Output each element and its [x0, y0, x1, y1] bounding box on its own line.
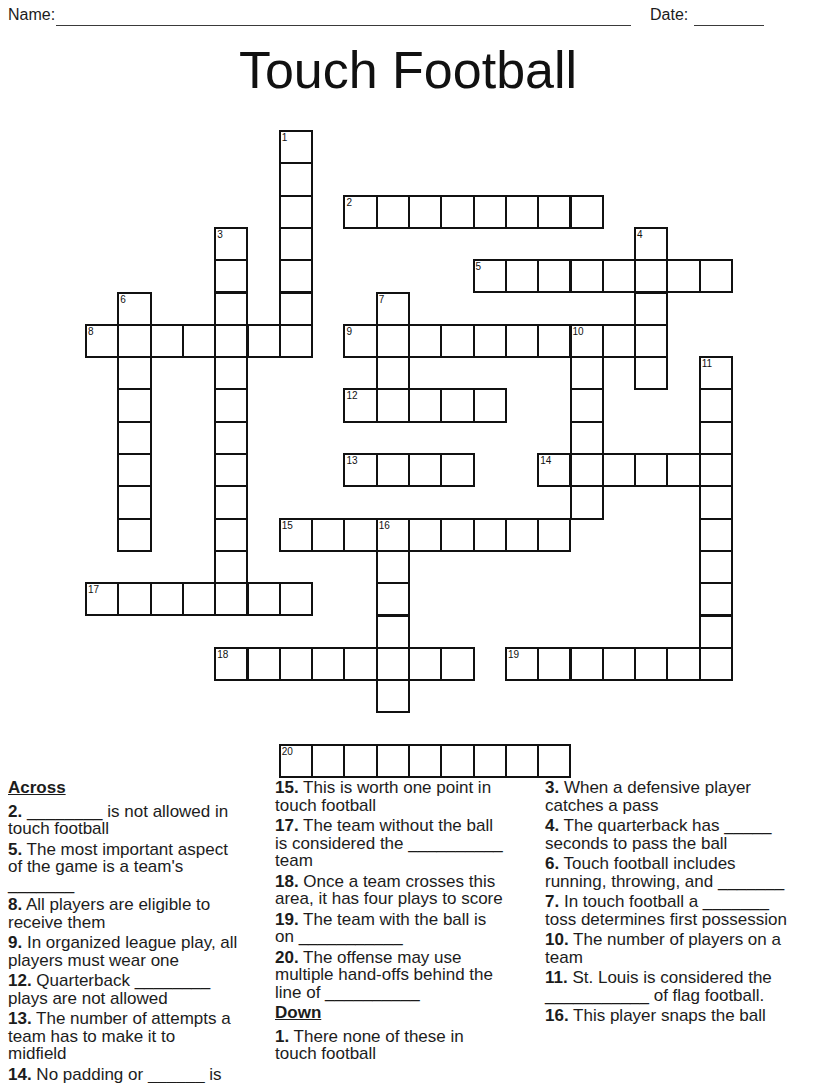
grid-cell[interactable] [699, 259, 733, 293]
grid-cell[interactable] [666, 453, 700, 487]
clue-number: 4. [545, 816, 559, 835]
cell-number: 8 [88, 326, 94, 337]
grid-cell[interactable] [699, 647, 733, 681]
grid-cell[interactable] [279, 324, 313, 358]
grid-cell[interactable] [408, 324, 442, 358]
clue-number: 9. [8, 933, 22, 952]
grid-cell[interactable]: 2 [343, 195, 377, 229]
clue-across-20: 20. The offense may use multiple hand-of… [275, 949, 507, 1002]
grid-cell[interactable] [279, 227, 313, 261]
grid-cell[interactable] [408, 647, 442, 681]
grid-cell[interactable] [376, 582, 410, 616]
cell-number: 13 [346, 455, 357, 466]
grid-cell[interactable] [440, 388, 474, 422]
clue-across-15: 15. This is worth one point in touch foo… [275, 779, 507, 814]
cell-number: 7 [379, 294, 385, 305]
across-heading: Across [8, 779, 238, 797]
grid-cell[interactable]: 9 [343, 324, 377, 358]
grid-cell[interactable] [473, 518, 507, 552]
clue-number: 15. [275, 778, 299, 797]
grid-cell[interactable] [537, 259, 571, 293]
grid-cell[interactable] [505, 195, 539, 229]
grid-cell[interactable] [666, 259, 700, 293]
grid-cell[interactable] [473, 388, 507, 422]
grid-cell[interactable] [150, 582, 184, 616]
grid-cell[interactable] [440, 324, 474, 358]
grid-cell[interactable] [117, 388, 151, 422]
grid-cell[interactable] [117, 421, 151, 455]
clue-number: 8. [8, 895, 22, 914]
grid-cell[interactable]: 10 [570, 324, 604, 358]
grid-cell[interactable] [117, 485, 151, 519]
grid-cell[interactable] [343, 744, 377, 778]
clue-across-5: 5. The most important aspect of the game… [8, 841, 238, 894]
grid-cell[interactable] [279, 259, 313, 293]
cell-number: 15 [282, 520, 293, 531]
grid-cell[interactable] [214, 518, 248, 552]
grid-cell[interactable] [214, 356, 248, 390]
grid-cell[interactable] [279, 647, 313, 681]
grid-cell[interactable] [699, 453, 733, 487]
grid-cell[interactable] [699, 485, 733, 519]
clue-across-8: 8. All players are eligible to receive t… [8, 896, 238, 931]
date-blank-line[interactable] [694, 7, 764, 26]
clue-column-right: 3. When a defensive player catches a pas… [545, 779, 793, 1028]
grid-cell[interactable]: 15 [279, 518, 313, 552]
grid-cell[interactable] [117, 582, 151, 616]
grid-cell[interactable] [699, 582, 733, 616]
clue-across-13: 13. The number of attempts a team has to… [8, 1010, 238, 1063]
grid-cell[interactable] [376, 324, 410, 358]
clue-across-19: 19. The team with the ball is on _______… [275, 911, 507, 946]
clue-number: 18. [275, 872, 299, 891]
grid-cell[interactable] [440, 453, 474, 487]
clue-number: 19. [275, 910, 299, 929]
cell-number: 19 [508, 649, 519, 660]
grid-cell[interactable] [699, 550, 733, 584]
grid-cell[interactable] [570, 356, 604, 390]
grid-cell[interactable] [570, 647, 604, 681]
grid-cell[interactable] [570, 421, 604, 455]
grid-cell[interactable] [505, 259, 539, 293]
grid-cell[interactable] [602, 453, 636, 487]
grid-cell[interactable] [376, 453, 410, 487]
grid-cell[interactable] [214, 582, 248, 616]
cell-number: 10 [573, 326, 584, 337]
grid-cell[interactable] [376, 195, 410, 229]
down-heading: Down [275, 1004, 507, 1022]
grid-cell[interactable] [117, 518, 151, 552]
grid-cell[interactable] [440, 744, 474, 778]
grid-cell[interactable] [182, 582, 216, 616]
grid-cell[interactable] [214, 259, 248, 293]
grid-cell[interactable] [150, 324, 184, 358]
clue-down-3: 3. When a defensive player catches a pas… [545, 779, 793, 814]
cell-number: 6 [120, 294, 126, 305]
grid-cell[interactable] [537, 324, 571, 358]
grid-cell[interactable] [279, 195, 313, 229]
grid-cell[interactable]: 6 [117, 292, 151, 326]
grid-cell[interactable] [214, 388, 248, 422]
grid-cell[interactable] [634, 647, 668, 681]
grid-cell[interactable] [214, 421, 248, 455]
cell-number: 2 [346, 197, 352, 208]
clue-across-18: 18. Once a team crosses this area, it ha… [275, 873, 507, 908]
clue-across-17: 17. The team without the ball is conside… [275, 817, 507, 870]
clue-number: 13. [8, 1009, 32, 1028]
grid-cell[interactable] [117, 453, 151, 487]
clue-across-14: 14. No padding or ______ is permitted [8, 1066, 238, 1083]
grid-cell[interactable] [634, 292, 668, 326]
grid-cell[interactable]: 3 [214, 227, 248, 261]
clue-number: 7. [545, 892, 559, 911]
grid-cell[interactable]: 20 [279, 744, 313, 778]
name-label: Name: [8, 6, 55, 24]
grid-cell[interactable] [537, 744, 571, 778]
grid-cell[interactable] [247, 582, 281, 616]
grid-cell[interactable] [214, 485, 248, 519]
grid-cell[interactable] [537, 195, 571, 229]
grid-cell[interactable] [699, 615, 733, 649]
grid-cell[interactable] [440, 518, 474, 552]
grid-cell[interactable]: 7 [376, 292, 410, 326]
grid-cell[interactable] [376, 388, 410, 422]
clue-number: 1. [275, 1027, 289, 1046]
cell-number: 11 [702, 358, 712, 369]
grid-cell[interactable] [343, 518, 377, 552]
grid-cell[interactable] [666, 647, 700, 681]
clue-down-7: 7. In touch football a _______ toss dete… [545, 893, 793, 928]
grid-cell[interactable] [376, 356, 410, 390]
grid-cell[interactable] [537, 647, 571, 681]
cell-number: 1 [282, 132, 288, 143]
cell-number: 17 [88, 584, 99, 595]
clue-number: 20. [275, 948, 299, 967]
grid-cell[interactable] [440, 195, 474, 229]
grid-cell[interactable] [505, 744, 539, 778]
grid-cell[interactable] [214, 324, 248, 358]
clue-down-16: 16. This player snaps the ball [545, 1007, 793, 1025]
grid-cell[interactable]: 13 [343, 453, 377, 487]
grid-cell[interactable] [117, 324, 151, 358]
cell-number: 5 [476, 261, 482, 272]
grid-cell[interactable] [279, 582, 313, 616]
cell-number: 4 [637, 229, 643, 240]
grid-cell[interactable] [214, 292, 248, 326]
grid-cell[interactable]: 5 [473, 259, 507, 293]
clue-down-4: 4. The quarterback has _____ seconds to … [545, 817, 793, 852]
grid-cell[interactable] [505, 518, 539, 552]
clue-across-2: 2. ________ is not allowed in touch foot… [8, 803, 238, 838]
grid-cell[interactable] [570, 453, 604, 487]
grid-cell[interactable] [311, 744, 345, 778]
grid-cell[interactable] [473, 195, 507, 229]
name-blank-line[interactable] [56, 7, 631, 26]
clue-number: 16. [545, 1006, 569, 1025]
clue-number: 2. [8, 802, 22, 821]
grid-cell[interactable] [311, 518, 345, 552]
grid-cell[interactable] [699, 421, 733, 455]
grid-cell[interactable]: 12 [343, 388, 377, 422]
grid-cell[interactable] [408, 195, 442, 229]
clue-number: 12. [8, 971, 32, 990]
grid-cell[interactable] [117, 356, 151, 390]
crossword-grid: 1234567891011121314151617181920 [85, 130, 735, 780]
grid-cell[interactable] [570, 259, 604, 293]
grid-cell[interactable] [505, 324, 539, 358]
grid-cell[interactable] [634, 324, 668, 358]
clue-number: 6. [545, 854, 559, 873]
clue-down-10: 10. The number of players on a team [545, 931, 793, 966]
grid-cell[interactable]: 8 [85, 324, 119, 358]
grid-cell[interactable] [408, 453, 442, 487]
clue-number: 10. [545, 930, 569, 949]
grid-cell[interactable]: 17 [85, 582, 119, 616]
grid-cell[interactable]: 1 [279, 130, 313, 164]
grid-cell[interactable] [602, 324, 636, 358]
clue-across-12: 12. Quarterback ________ plays are not a… [8, 972, 238, 1007]
grid-cell[interactable] [214, 550, 248, 584]
worksheet-page: Name: Date: Touch Football 1234567891011… [0, 0, 816, 1083]
grid-cell[interactable] [634, 259, 668, 293]
date-label: Date: [650, 6, 688, 24]
grid-cell[interactable] [376, 744, 410, 778]
grid-cell[interactable] [376, 679, 410, 713]
grid-cell[interactable] [473, 324, 507, 358]
grid-cell[interactable] [570, 485, 604, 519]
grid-cell[interactable] [376, 647, 410, 681]
grid-cell[interactable] [311, 647, 345, 681]
grid-cell[interactable] [570, 195, 604, 229]
grid-cell[interactable] [602, 259, 636, 293]
clue-down-11: 11. St. Louis is considered the ________… [545, 969, 793, 1004]
grid-cell[interactable]: 14 [537, 453, 571, 487]
clue-number: 5. [8, 840, 22, 859]
clue-across-9: 9. In organized league play, all players… [8, 934, 238, 969]
clue-number: 14. [8, 1065, 32, 1083]
grid-cell[interactable] [408, 388, 442, 422]
clue-down-6: 6. Touch football includes running, thro… [545, 855, 793, 890]
clue-number: 11. [545, 968, 568, 987]
grid-cell[interactable]: 19 [505, 647, 539, 681]
grid-cell[interactable] [408, 744, 442, 778]
grid-cell[interactable]: 18 [214, 647, 248, 681]
clue-number: 17. [275, 816, 299, 835]
grid-cell[interactable] [440, 647, 474, 681]
grid-cell[interactable] [699, 388, 733, 422]
grid-cell[interactable] [699, 518, 733, 552]
cell-number: 3 [217, 229, 223, 240]
clue-number: 3. [545, 778, 559, 797]
puzzle-title: Touch Football [0, 40, 816, 100]
clue-column-left: Across2. ________ is not allowed in touc… [8, 779, 238, 1083]
grid-cell[interactable] [537, 518, 571, 552]
grid-cell[interactable] [634, 453, 668, 487]
grid-cell[interactable] [376, 615, 410, 649]
grid-cell[interactable] [408, 518, 442, 552]
grid-cell[interactable]: 16 [376, 518, 410, 552]
grid-cell[interactable]: 4 [634, 227, 668, 261]
grid-cell[interactable]: 11 [699, 356, 733, 390]
grid-cell[interactable] [279, 162, 313, 196]
grid-cell[interactable] [343, 647, 377, 681]
cell-number: 16 [379, 520, 390, 531]
cell-number: 18 [217, 649, 228, 660]
cell-number: 12 [346, 390, 357, 401]
clue-column-middle: 15. This is worth one point in touch foo… [275, 779, 507, 1066]
cell-number: 20 [282, 746, 293, 757]
cell-number: 9 [346, 326, 352, 337]
grid-cell[interactable] [247, 647, 281, 681]
clue-down-1: 1. There none of these in touch football [275, 1028, 507, 1063]
grid-cell[interactable] [376, 550, 410, 584]
grid-cell[interactable] [247, 324, 281, 358]
grid-cell[interactable] [182, 324, 216, 358]
cell-number: 14 [540, 455, 551, 466]
grid-cell[interactable] [473, 744, 507, 778]
grid-cell[interactable] [602, 647, 636, 681]
grid-cell[interactable] [214, 453, 248, 487]
grid-cell[interactable] [570, 388, 604, 422]
grid-cell[interactable] [634, 356, 668, 390]
grid-cell[interactable] [279, 292, 313, 326]
